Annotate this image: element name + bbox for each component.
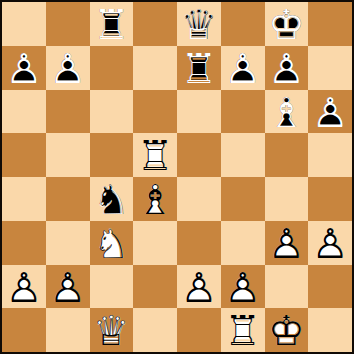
black-pawn-icon: ♟ bbox=[308, 90, 352, 134]
black-bishop-icon: ♝ bbox=[265, 90, 309, 134]
white-rook-piece: ♜♖ bbox=[221, 308, 265, 352]
square-h7[interactable] bbox=[308, 46, 352, 90]
black-pawn-piece: ♟♙ bbox=[2, 46, 46, 90]
square-f4[interactable] bbox=[221, 177, 265, 221]
square-a1[interactable] bbox=[2, 308, 46, 352]
black-rook-piece: ♜♖ bbox=[90, 2, 134, 46]
square-c2[interactable] bbox=[90, 265, 134, 309]
white-king-icon: ♚ bbox=[265, 308, 309, 352]
square-b4[interactable] bbox=[46, 177, 90, 221]
square-g8[interactable]: ♚♔ bbox=[265, 2, 309, 46]
square-a6[interactable] bbox=[2, 90, 46, 134]
black-pawn-icon: ♟ bbox=[221, 46, 265, 90]
square-e2[interactable]: ♟♙ bbox=[177, 265, 221, 309]
black-king-piece: ♚♔ bbox=[265, 2, 309, 46]
black-pawn-piece: ♟♙ bbox=[221, 46, 265, 90]
black-rook-icon: ♜ bbox=[177, 46, 221, 90]
white-knight-outline-icon: ♘ bbox=[90, 221, 134, 265]
square-h5[interactable] bbox=[308, 133, 352, 177]
white-rook-outline-icon: ♖ bbox=[133, 133, 177, 177]
square-b5[interactable] bbox=[46, 133, 90, 177]
square-e7[interactable]: ♜♖ bbox=[177, 46, 221, 90]
square-a2[interactable]: ♟♙ bbox=[2, 265, 46, 309]
black-rook-icon: ♜ bbox=[90, 2, 134, 46]
white-pawn-outline-icon: ♙ bbox=[2, 265, 46, 309]
square-h1[interactable] bbox=[308, 308, 352, 352]
black-pawn-outline-icon: ♙ bbox=[46, 46, 90, 90]
square-b2[interactable]: ♟♙ bbox=[46, 265, 90, 309]
black-knight-outline-icon: ♘ bbox=[90, 177, 134, 221]
square-f6[interactable] bbox=[221, 90, 265, 134]
square-f2[interactable]: ♟♙ bbox=[221, 265, 265, 309]
square-c1[interactable]: ♛♕ bbox=[90, 308, 134, 352]
square-a5[interactable] bbox=[2, 133, 46, 177]
black-pawn-outline-icon: ♙ bbox=[221, 46, 265, 90]
white-pawn-piece: ♟♙ bbox=[308, 221, 352, 265]
square-d4[interactable]: ♝♗ bbox=[133, 177, 177, 221]
white-pawn-icon: ♟ bbox=[221, 265, 265, 309]
black-pawn-outline-icon: ♙ bbox=[308, 90, 352, 134]
square-d3[interactable] bbox=[133, 221, 177, 265]
white-queen-outline-icon: ♕ bbox=[90, 308, 134, 352]
square-b8[interactable] bbox=[46, 2, 90, 46]
black-pawn-piece: ♟♙ bbox=[265, 46, 309, 90]
white-pawn-icon: ♟ bbox=[177, 265, 221, 309]
black-king-icon: ♚ bbox=[265, 2, 309, 46]
white-rook-piece: ♜♖ bbox=[133, 133, 177, 177]
white-pawn-icon: ♟ bbox=[46, 265, 90, 309]
square-h8[interactable] bbox=[308, 2, 352, 46]
square-g2[interactable] bbox=[265, 265, 309, 309]
chess-board-frame: ♜♖♛♕♚♔♟♙♟♙♜♖♟♙♟♙♝♗♟♙♜♖♞♘♝♗♞♘♟♙♟♙♟♙♟♙♟♙♟♙… bbox=[0, 0, 354, 354]
square-f3[interactable] bbox=[221, 221, 265, 265]
square-c8[interactable]: ♜♖ bbox=[90, 2, 134, 46]
square-e4[interactable] bbox=[177, 177, 221, 221]
square-a3[interactable] bbox=[2, 221, 46, 265]
black-rook-outline-icon: ♖ bbox=[90, 2, 134, 46]
square-d1[interactable] bbox=[133, 308, 177, 352]
square-d2[interactable] bbox=[133, 265, 177, 309]
black-pawn-icon: ♟ bbox=[265, 46, 309, 90]
black-pawn-piece: ♟♙ bbox=[308, 90, 352, 134]
white-rook-icon: ♜ bbox=[221, 308, 265, 352]
square-f7[interactable]: ♟♙ bbox=[221, 46, 265, 90]
square-b7[interactable]: ♟♙ bbox=[46, 46, 90, 90]
square-c4[interactable]: ♞♘ bbox=[90, 177, 134, 221]
black-queen-piece: ♛♕ bbox=[177, 2, 221, 46]
square-a4[interactable] bbox=[2, 177, 46, 221]
white-rook-outline-icon: ♖ bbox=[221, 308, 265, 352]
square-a8[interactable] bbox=[2, 2, 46, 46]
black-pawn-outline-icon: ♙ bbox=[265, 46, 309, 90]
white-king-piece: ♚♔ bbox=[265, 308, 309, 352]
square-g7[interactable]: ♟♙ bbox=[265, 46, 309, 90]
black-pawn-outline-icon: ♙ bbox=[2, 46, 46, 90]
square-g5[interactable] bbox=[265, 133, 309, 177]
white-pawn-icon: ♟ bbox=[265, 221, 309, 265]
black-rook-outline-icon: ♖ bbox=[177, 46, 221, 90]
white-pawn-piece: ♟♙ bbox=[221, 265, 265, 309]
black-pawn-icon: ♟ bbox=[2, 46, 46, 90]
square-g6[interactable]: ♝♗ bbox=[265, 90, 309, 134]
square-e8[interactable]: ♛♕ bbox=[177, 2, 221, 46]
white-pawn-piece: ♟♙ bbox=[46, 265, 90, 309]
square-g3[interactable]: ♟♙ bbox=[265, 221, 309, 265]
square-e6[interactable] bbox=[177, 90, 221, 134]
square-g1[interactable]: ♚♔ bbox=[265, 308, 309, 352]
white-pawn-piece: ♟♙ bbox=[2, 265, 46, 309]
square-e5[interactable] bbox=[177, 133, 221, 177]
square-e1[interactable] bbox=[177, 308, 221, 352]
white-pawn-outline-icon: ♙ bbox=[46, 265, 90, 309]
square-h3[interactable]: ♟♙ bbox=[308, 221, 352, 265]
white-pawn-icon: ♟ bbox=[2, 265, 46, 309]
black-pawn-piece: ♟♙ bbox=[46, 46, 90, 90]
square-f5[interactable] bbox=[221, 133, 265, 177]
white-pawn-piece: ♟♙ bbox=[265, 221, 309, 265]
black-pawn-icon: ♟ bbox=[46, 46, 90, 90]
white-knight-icon: ♞ bbox=[90, 221, 134, 265]
white-pawn-icon: ♟ bbox=[308, 221, 352, 265]
white-rook-icon: ♜ bbox=[133, 133, 177, 177]
white-bishop-icon: ♝ bbox=[133, 177, 177, 221]
white-king-outline-icon: ♔ bbox=[265, 308, 309, 352]
black-king-outline-icon: ♔ bbox=[265, 2, 309, 46]
black-queen-icon: ♛ bbox=[177, 2, 221, 46]
square-c3[interactable]: ♞♘ bbox=[90, 221, 134, 265]
square-f8[interactable] bbox=[221, 2, 265, 46]
black-rook-piece: ♜♖ bbox=[177, 46, 221, 90]
square-a7[interactable]: ♟♙ bbox=[2, 46, 46, 90]
white-bishop-piece: ♝♗ bbox=[133, 177, 177, 221]
square-b3[interactable] bbox=[46, 221, 90, 265]
square-b6[interactable] bbox=[46, 90, 90, 134]
white-pawn-outline-icon: ♙ bbox=[221, 265, 265, 309]
black-knight-piece: ♞♘ bbox=[90, 177, 134, 221]
white-bishop-outline-icon: ♗ bbox=[133, 177, 177, 221]
square-c7[interactable] bbox=[90, 46, 134, 90]
square-g4[interactable] bbox=[265, 177, 309, 221]
white-pawn-outline-icon: ♙ bbox=[265, 221, 309, 265]
white-pawn-outline-icon: ♙ bbox=[177, 265, 221, 309]
square-d5[interactable]: ♜♖ bbox=[133, 133, 177, 177]
white-pawn-piece: ♟♙ bbox=[177, 265, 221, 309]
square-d7[interactable] bbox=[133, 46, 177, 90]
black-queen-outline-icon: ♕ bbox=[177, 2, 221, 46]
square-d8[interactable] bbox=[133, 2, 177, 46]
white-knight-piece: ♞♘ bbox=[90, 221, 134, 265]
square-b1[interactable] bbox=[46, 308, 90, 352]
square-c6[interactable] bbox=[90, 90, 134, 134]
white-pawn-outline-icon: ♙ bbox=[308, 221, 352, 265]
black-bishop-piece: ♝♗ bbox=[265, 90, 309, 134]
square-h6[interactable]: ♟♙ bbox=[308, 90, 352, 134]
square-h4[interactable] bbox=[308, 177, 352, 221]
chess-board: ♜♖♛♕♚♔♟♙♟♙♜♖♟♙♟♙♝♗♟♙♜♖♞♘♝♗♞♘♟♙♟♙♟♙♟♙♟♙♟♙… bbox=[2, 2, 352, 352]
black-bishop-outline-icon: ♗ bbox=[265, 90, 309, 134]
square-c5[interactable] bbox=[90, 133, 134, 177]
white-queen-piece: ♛♕ bbox=[90, 308, 134, 352]
square-e3[interactable] bbox=[177, 221, 221, 265]
white-queen-icon: ♛ bbox=[90, 308, 134, 352]
square-h2[interactable] bbox=[308, 265, 352, 309]
square-d6[interactable] bbox=[133, 90, 177, 134]
black-knight-icon: ♞ bbox=[90, 177, 134, 221]
square-f1[interactable]: ♜♖ bbox=[221, 308, 265, 352]
